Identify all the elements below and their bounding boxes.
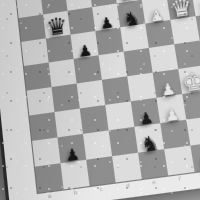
square-g4: ♚ bbox=[178, 65, 200, 94]
square-d3 bbox=[105, 101, 134, 130]
square-e6 bbox=[120, 24, 149, 52]
file-label-f: f bbox=[178, 175, 181, 182]
square-f3: ♟ bbox=[156, 94, 186, 123]
square-e2: ♞ bbox=[134, 123, 164, 152]
square-g6 bbox=[170, 16, 199, 44]
square-d2 bbox=[109, 127, 138, 156]
square-a5 bbox=[24, 62, 52, 90]
square-b4 bbox=[52, 83, 80, 112]
board-frame: ♚♛♟♞♟♛♜♟♟♚♜♟♟♟♞♝❖ abcdefgh bbox=[0, 0, 200, 200]
square-c4 bbox=[77, 80, 106, 109]
square-c2 bbox=[83, 130, 112, 159]
square-a6 bbox=[21, 38, 48, 66]
square-c5 bbox=[74, 55, 102, 83]
square-d6 bbox=[95, 27, 123, 55]
square-f4: ♟ bbox=[153, 69, 183, 98]
file-label-e: e bbox=[152, 178, 156, 185]
square-a1 bbox=[35, 163, 64, 193]
white-rook: ♜ bbox=[198, 0, 200, 17]
square-f1 bbox=[164, 146, 194, 176]
board-grid: ♚♛♟♞♟♛♜♟♟♚♜♟♟♟♞♝❖ bbox=[15, 0, 200, 194]
square-e4 bbox=[127, 73, 156, 102]
square-d5 bbox=[99, 52, 128, 80]
square-g3 bbox=[182, 90, 200, 119]
square-e1 bbox=[138, 149, 168, 179]
square-b5 bbox=[49, 59, 77, 87]
square-d4 bbox=[102, 76, 131, 105]
square-a4 bbox=[27, 87, 55, 116]
file-label-b: b bbox=[73, 189, 77, 196]
photo-canvas: ♚♛♟♞♟♛♜♟♟♚♜♟♟♟♞♝❖ abcdefgh bbox=[0, 0, 200, 200]
square-b2: ♟ bbox=[57, 134, 86, 163]
square-b1 bbox=[61, 160, 90, 190]
square-a2 bbox=[32, 137, 60, 166]
square-g5 bbox=[174, 41, 200, 69]
square-c1 bbox=[86, 156, 115, 186]
photo-layer: ♚♛♟♞♟♛♜♟♟♚♜♟♟♟♞♝❖ abcdefgh bbox=[0, 0, 200, 200]
square-b6 bbox=[46, 35, 74, 63]
square-e3: ♟ bbox=[131, 98, 161, 127]
file-label-c: c bbox=[99, 185, 103, 192]
file-label-a: a bbox=[48, 192, 52, 199]
file-label-d: d bbox=[126, 182, 130, 189]
square-d1 bbox=[112, 153, 142, 183]
square-c3 bbox=[80, 105, 109, 134]
square-b3 bbox=[54, 108, 82, 137]
white-bishop: ♝ bbox=[196, 152, 200, 172]
square-e5 bbox=[124, 48, 153, 76]
square-c6: ♟ bbox=[70, 31, 98, 59]
square-a3 bbox=[29, 112, 57, 141]
square-f5 bbox=[149, 44, 178, 72]
square-f6 bbox=[145, 20, 174, 48]
square-f2 bbox=[160, 120, 190, 150]
